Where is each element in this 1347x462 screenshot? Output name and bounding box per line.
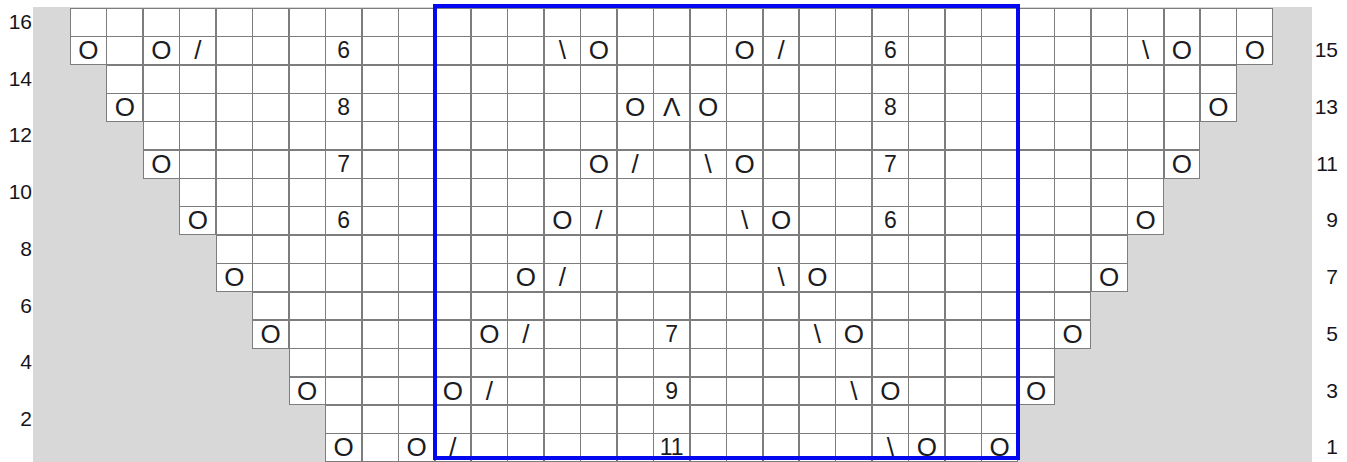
cell-r1-c8[interactable]: O [325,433,362,462]
cell-r15-c10[interactable] [398,36,435,65]
cell-r1-c20[interactable] [763,433,800,462]
cell-r13-c18[interactable]: O [690,93,727,122]
cell-r16-c8[interactable] [325,8,362,37]
cell-r1-c9[interactable] [362,433,399,462]
cell-r6-c28[interactable] [1054,292,1091,321]
cell-r3-c8[interactable] [325,377,362,406]
cell-r10-c14[interactable] [544,178,581,207]
cell-r6-c26[interactable] [981,292,1018,321]
cell-r16-c4[interactable] [179,8,216,37]
cell-r7-c6[interactable] [252,263,289,292]
cell-r14-c31[interactable] [1164,65,1201,94]
cell-r5-c26[interactable] [981,320,1018,349]
cell-r3-c7[interactable]: O [289,377,326,406]
cell-r4-c15[interactable] [580,348,617,377]
cell-r4-c7[interactable] [289,348,326,377]
cell-r7-c10[interactable] [398,263,435,292]
cell-r7-c16[interactable] [617,263,654,292]
cell-r4-c24[interactable] [908,348,945,377]
cell-r12-c14[interactable] [544,121,581,150]
cell-r5-c14[interactable] [544,320,581,349]
cell-r16-c5[interactable] [216,8,253,37]
cell-r14-c12[interactable] [471,65,508,94]
cell-r2-c21[interactable] [799,405,836,434]
cell-r11-c14[interactable] [544,150,581,179]
cell-r10-c17[interactable] [653,178,690,207]
cell-r16-c12[interactable] [471,8,508,37]
cell-r9-c17[interactable] [653,206,690,235]
cell-r5-c15[interactable] [580,320,617,349]
cell-r7-c27[interactable] [1018,263,1055,292]
cell-r11-c9[interactable] [362,150,399,179]
cell-r1-c12[interactable] [471,433,508,462]
cell-r16-c19[interactable] [726,8,763,37]
cell-r11-c24[interactable] [908,150,945,179]
cell-r15-c3[interactable]: O [143,36,180,65]
cell-r2-c24[interactable] [908,405,945,434]
cell-r16-c28[interactable] [1054,8,1091,37]
cell-r10-c16[interactable] [617,178,654,207]
cell-r16-c7[interactable] [289,8,326,37]
cell-r16-c2[interactable] [106,8,143,37]
cell-r13-c32[interactable]: O [1200,93,1237,122]
cell-r4-c18[interactable] [690,348,727,377]
cell-r10-c13[interactable] [507,178,544,207]
cell-r16-c9[interactable] [362,8,399,37]
cell-r8-c12[interactable] [471,235,508,264]
cell-r5-c12[interactable]: O [471,320,508,349]
cell-r2-c26[interactable] [981,405,1018,434]
cell-r13-c22[interactable] [835,93,872,122]
cell-r3-c16[interactable] [617,377,654,406]
cell-r12-c15[interactable] [580,121,617,150]
cell-r9-c20[interactable]: O [763,206,800,235]
cell-r8-c24[interactable] [908,235,945,264]
cell-r3-c13[interactable] [507,377,544,406]
cell-r14-c19[interactable] [726,65,763,94]
cell-r1-c14[interactable] [544,433,581,462]
cell-r6-c15[interactable] [580,292,617,321]
cell-r11-c21[interactable] [799,150,836,179]
cell-r4-c9[interactable] [362,348,399,377]
cell-r14-c11[interactable] [435,65,472,94]
cell-r16-c26[interactable] [981,8,1018,37]
cell-r9-c25[interactable] [945,206,982,235]
cell-r12-c12[interactable] [471,121,508,150]
cell-r9-c13[interactable] [507,206,544,235]
cell-r4-c22[interactable] [835,348,872,377]
cell-r11-c30[interactable] [1127,150,1164,179]
cell-r10-c15[interactable] [580,178,617,207]
cell-r10-c20[interactable] [763,178,800,207]
cell-r3-c15[interactable] [580,377,617,406]
cell-r2-c25[interactable] [945,405,982,434]
cell-r12-c17[interactable] [653,121,690,150]
cell-r7-c20[interactable]: \ [763,263,800,292]
cell-r8-c18[interactable] [690,235,727,264]
cell-r16-c15[interactable] [580,8,617,37]
cell-r3-c22[interactable]: \ [835,377,872,406]
cell-r13-c15[interactable] [580,93,617,122]
cell-r13-c16[interactable]: O [617,93,654,122]
cell-r15-c17[interactable] [653,36,690,65]
cell-r6-c20[interactable] [763,292,800,321]
cell-r10-c24[interactable] [908,178,945,207]
cell-r5-c13[interactable]: / [507,320,544,349]
cell-r11-c13[interactable] [507,150,544,179]
cell-r8-c15[interactable] [580,235,617,264]
cell-r9-c18[interactable] [690,206,727,235]
cell-r9-c28[interactable] [1054,206,1091,235]
cell-r14-c10[interactable] [398,65,435,94]
cell-r3-c17[interactable]: 9 [653,377,690,406]
cell-r13-c2[interactable]: O [106,93,143,122]
cell-r5-c17[interactable]: 7 [653,320,690,349]
cell-r12-c9[interactable] [362,121,399,150]
cell-r16-c11[interactable] [435,8,472,37]
cell-r6-c24[interactable] [908,292,945,321]
cell-r7-c5[interactable]: O [216,263,253,292]
cell-r12-c21[interactable] [799,121,836,150]
cell-r8-c28[interactable] [1054,235,1091,264]
cell-r7-c18[interactable] [690,263,727,292]
cell-r8-c17[interactable] [653,235,690,264]
cell-r15-c16[interactable] [617,36,654,65]
cell-r12-c10[interactable] [398,121,435,150]
cell-r16-c20[interactable] [763,8,800,37]
cell-r1-c22[interactable] [835,433,872,462]
cell-r2-c14[interactable] [544,405,581,434]
cell-r4-c20[interactable] [763,348,800,377]
cell-r3-c21[interactable] [799,377,836,406]
cell-r1-c24[interactable]: O [908,433,945,462]
cell-r16-c16[interactable] [617,8,654,37]
cell-r13-c8[interactable]: 8 [325,93,362,122]
cell-r10-c22[interactable] [835,178,872,207]
cell-r15-c2[interactable] [106,36,143,65]
cell-r14-c18[interactable] [690,65,727,94]
cell-r15-c7[interactable] [289,36,326,65]
cell-r11-c4[interactable] [179,150,216,179]
cell-r11-c20[interactable] [763,150,800,179]
cell-r16-c25[interactable] [945,8,982,37]
cell-r15-c23[interactable]: 6 [872,36,909,65]
cell-r2-c9[interactable] [362,405,399,434]
cell-r13-c10[interactable] [398,93,435,122]
cell-r13-c27[interactable] [1018,93,1055,122]
cell-r7-c7[interactable] [289,263,326,292]
cell-r6-c17[interactable] [653,292,690,321]
cell-r14-c32[interactable] [1200,65,1237,94]
cell-r6-c11[interactable] [435,292,472,321]
cell-r11-c17[interactable] [653,150,690,179]
cell-r6-c25[interactable] [945,292,982,321]
cell-r6-c16[interactable] [617,292,654,321]
cell-r12-c6[interactable] [252,121,289,150]
cell-r13-c25[interactable] [945,93,982,122]
cell-r9-c26[interactable] [981,206,1018,235]
cell-r15-c4[interactable]: / [179,36,216,65]
cell-r16-c31[interactable] [1164,8,1201,37]
cell-r8-c29[interactable] [1091,235,1128,264]
cell-r2-c11[interactable] [435,405,472,434]
cell-r11-c11[interactable] [435,150,472,179]
cell-r2-c12[interactable] [471,405,508,434]
cell-r12-c20[interactable] [763,121,800,150]
cell-r5-c16[interactable] [617,320,654,349]
cell-r13-c23[interactable]: 8 [872,93,909,122]
cell-r1-c15[interactable] [580,433,617,462]
cell-r3-c14[interactable] [544,377,581,406]
cell-r14-c3[interactable] [143,65,180,94]
cell-r15-c20[interactable]: / [763,36,800,65]
cell-r7-c26[interactable] [981,263,1018,292]
cell-r16-c18[interactable] [690,8,727,37]
cell-r12-c30[interactable] [1127,121,1164,150]
cell-r11-c16[interactable]: / [617,150,654,179]
cell-r2-c16[interactable] [617,405,654,434]
cell-r5-c18[interactable] [690,320,727,349]
cell-r7-c17[interactable] [653,263,690,292]
cell-r1-c23[interactable]: \ [872,433,909,462]
cell-r4-c16[interactable] [617,348,654,377]
cell-r9-c7[interactable] [289,206,326,235]
cell-r13-c3[interactable] [143,93,180,122]
cell-r14-c25[interactable] [945,65,982,94]
cell-r2-c17[interactable] [653,405,690,434]
cell-r15-c13[interactable] [507,36,544,65]
cell-r8-c19[interactable] [726,235,763,264]
cell-r2-c10[interactable] [398,405,435,434]
cell-r15-c26[interactable] [981,36,1018,65]
cell-r6-c14[interactable] [544,292,581,321]
cell-r14-c20[interactable] [763,65,800,94]
cell-r16-c10[interactable] [398,8,435,37]
cell-r3-c25[interactable] [945,377,982,406]
cell-r14-c30[interactable] [1127,65,1164,94]
cell-r7-c14[interactable]: / [544,263,581,292]
cell-r3-c11[interactable]: O [435,377,472,406]
cell-r16-c22[interactable] [835,8,872,37]
cell-r10-c23[interactable] [872,178,909,207]
cell-r9-c14[interactable]: O [544,206,581,235]
cell-r7-c24[interactable] [908,263,945,292]
cell-r9-c12[interactable] [471,206,508,235]
cell-r4-c10[interactable] [398,348,435,377]
cell-r8-c7[interactable] [289,235,326,264]
cell-r2-c23[interactable] [872,405,909,434]
cell-r5-c9[interactable] [362,320,399,349]
cell-r16-c21[interactable] [799,8,836,37]
cell-r14-c22[interactable] [835,65,872,94]
cell-r4-c14[interactable] [544,348,581,377]
cell-r9-c19[interactable]: \ [726,206,763,235]
cell-r10-c12[interactable] [471,178,508,207]
cell-r16-c14[interactable] [544,8,581,37]
cell-r8-c25[interactable] [945,235,982,264]
cell-r14-c29[interactable] [1091,65,1128,94]
cell-r11-c3[interactable]: O [143,150,180,179]
cell-r6-c10[interactable] [398,292,435,321]
cell-r10-c11[interactable] [435,178,472,207]
cell-r2-c22[interactable] [835,405,872,434]
cell-r15-c24[interactable] [908,36,945,65]
cell-r9-c29[interactable] [1091,206,1128,235]
cell-r11-c10[interactable] [398,150,435,179]
cell-r14-c13[interactable] [507,65,544,94]
cell-r13-c19[interactable] [726,93,763,122]
cell-r14-c21[interactable] [799,65,836,94]
cell-r2-c20[interactable] [763,405,800,434]
cell-r1-c21[interactable] [799,433,836,462]
cell-r6-c21[interactable] [799,292,836,321]
cell-r12-c11[interactable] [435,121,472,150]
cell-r5-c20[interactable] [763,320,800,349]
cell-r5-c21[interactable]: \ [799,320,836,349]
cell-r12-c29[interactable] [1091,121,1128,150]
cell-r14-c4[interactable] [179,65,216,94]
cell-r15-c9[interactable] [362,36,399,65]
cell-r13-c31[interactable] [1164,93,1201,122]
cell-r13-c6[interactable] [252,93,289,122]
cell-r14-c8[interactable] [325,65,362,94]
cell-r11-c7[interactable] [289,150,326,179]
cell-r14-c24[interactable] [908,65,945,94]
cell-r7-c29[interactable]: O [1091,263,1128,292]
cell-r14-c17[interactable] [653,65,690,94]
cell-r14-c28[interactable] [1054,65,1091,94]
cell-r11-c23[interactable]: 7 [872,150,909,179]
cell-r11-c18[interactable]: \ [690,150,727,179]
cell-r13-c26[interactable] [981,93,1018,122]
cell-r13-c11[interactable] [435,93,472,122]
cell-r1-c26[interactable]: O [981,433,1018,462]
cell-r7-c15[interactable] [580,263,617,292]
cell-r7-c19[interactable] [726,263,763,292]
cell-r11-c28[interactable] [1054,150,1091,179]
cell-r15-c22[interactable] [835,36,872,65]
cell-r13-c12[interactable] [471,93,508,122]
cell-r11-c12[interactable] [471,150,508,179]
cell-r15-c31[interactable]: O [1164,36,1201,65]
cell-r12-c18[interactable] [690,121,727,150]
cell-r13-c17[interactable]: Λ [653,93,690,122]
cell-r12-c26[interactable] [981,121,1018,150]
cell-r8-c6[interactable] [252,235,289,264]
cell-r11-c8[interactable]: 7 [325,150,362,179]
cell-r3-c18[interactable] [690,377,727,406]
cell-r16-c13[interactable] [507,8,544,37]
cell-r5-c19[interactable] [726,320,763,349]
cell-r9-c15[interactable]: / [580,206,617,235]
cell-r10-c26[interactable] [981,178,1018,207]
cell-r5-c28[interactable]: O [1054,320,1091,349]
cell-r7-c12[interactable] [471,263,508,292]
cell-r14-c26[interactable] [981,65,1018,94]
cell-r6-c13[interactable] [507,292,544,321]
cell-r7-c13[interactable]: O [507,263,544,292]
cell-r9-c9[interactable] [362,206,399,235]
cell-r5-c8[interactable] [325,320,362,349]
cell-r12-c3[interactable] [143,121,180,150]
cell-r13-c13[interactable] [507,93,544,122]
cell-r5-c11[interactable] [435,320,472,349]
cell-r7-c21[interactable]: O [799,263,836,292]
cell-r15-c5[interactable] [216,36,253,65]
cell-r5-c10[interactable] [398,320,435,349]
cell-r13-c29[interactable] [1091,93,1128,122]
cell-r9-c11[interactable] [435,206,472,235]
cell-r8-c27[interactable] [1018,235,1055,264]
cell-r10-c27[interactable] [1018,178,1055,207]
cell-r15-c21[interactable] [799,36,836,65]
cell-r3-c20[interactable] [763,377,800,406]
cell-r11-c5[interactable] [216,150,253,179]
cell-r6-c8[interactable] [325,292,362,321]
cell-r14-c7[interactable] [289,65,326,94]
cell-r10-c6[interactable] [252,178,289,207]
cell-r11-c25[interactable] [945,150,982,179]
cell-r15-c14[interactable]: \ [544,36,581,65]
cell-r9-c8[interactable]: 6 [325,206,362,235]
cell-r15-c1[interactable]: O [70,36,107,65]
cell-r15-c30[interactable]: \ [1127,36,1164,65]
cell-r4-c13[interactable] [507,348,544,377]
cell-r5-c6[interactable]: O [252,320,289,349]
cell-r8-c26[interactable] [981,235,1018,264]
cell-r14-c23[interactable] [872,65,909,94]
cell-r5-c27[interactable] [1018,320,1055,349]
cell-r9-c22[interactable] [835,206,872,235]
cell-r15-c28[interactable] [1054,36,1091,65]
cell-r8-c13[interactable] [507,235,544,264]
cell-r9-c16[interactable] [617,206,654,235]
cell-r13-c20[interactable] [763,93,800,122]
cell-r12-c27[interactable] [1018,121,1055,150]
cell-r15-c6[interactable] [252,36,289,65]
cell-r2-c18[interactable] [690,405,727,434]
cell-r6-c12[interactable] [471,292,508,321]
cell-r16-c27[interactable] [1018,8,1055,37]
cell-r2-c8[interactable] [325,405,362,434]
cell-r12-c25[interactable] [945,121,982,150]
cell-r13-c24[interactable] [908,93,945,122]
cell-r6-c27[interactable] [1018,292,1055,321]
cell-r8-c23[interactable] [872,235,909,264]
cell-r5-c22[interactable]: O [835,320,872,349]
cell-r13-c28[interactable] [1054,93,1091,122]
cell-r8-c22[interactable] [835,235,872,264]
cell-r10-c29[interactable] [1091,178,1128,207]
cell-r9-c23[interactable]: 6 [872,206,909,235]
cell-r16-c1[interactable] [70,8,107,37]
cell-r10-c18[interactable] [690,178,727,207]
cell-r13-c30[interactable] [1127,93,1164,122]
cell-r11-c27[interactable] [1018,150,1055,179]
cell-r6-c6[interactable] [252,292,289,321]
cell-r9-c24[interactable] [908,206,945,235]
cell-r3-c23[interactable]: O [872,377,909,406]
cell-r10-c4[interactable] [179,178,216,207]
cell-r2-c19[interactable] [726,405,763,434]
cell-r6-c19[interactable] [726,292,763,321]
cell-r1-c13[interactable] [507,433,544,462]
cell-r3-c27[interactable]: O [1018,377,1055,406]
cell-r15-c8[interactable]: 6 [325,36,362,65]
cell-r12-c8[interactable] [325,121,362,150]
cell-r15-c19[interactable]: O [726,36,763,65]
cell-r4-c17[interactable] [653,348,690,377]
